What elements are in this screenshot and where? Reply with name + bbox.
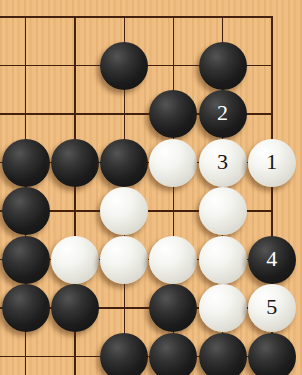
stone-black-c3r7[interactable] xyxy=(149,333,197,375)
move-number-label: 4 xyxy=(266,248,277,270)
move-number-label: 1 xyxy=(266,151,277,173)
stone-white-c4r6[interactable] xyxy=(199,284,247,332)
move-number-label: 2 xyxy=(217,102,228,124)
stone-white-c2r4[interactable] xyxy=(100,187,148,235)
stone-black-c3r2[interactable] xyxy=(149,90,197,138)
stone-black-c3r6[interactable] xyxy=(149,284,197,332)
stone-black-move-2-c4r2[interactable]: 2 xyxy=(199,90,247,138)
stone-black-c1r3[interactable] xyxy=(51,139,99,187)
go-board[interactable]: 23145 xyxy=(0,0,302,375)
stone-black-c2r1[interactable] xyxy=(100,42,148,90)
stone-black-c1r6[interactable] xyxy=(51,284,99,332)
move-number-label: 3 xyxy=(217,151,228,173)
stone-black-c0r4[interactable] xyxy=(2,187,50,235)
stone-white-c4r4[interactable] xyxy=(199,187,247,235)
move-number-label: 5 xyxy=(266,296,277,318)
stone-white-move-1-c5r3[interactable]: 1 xyxy=(248,139,296,187)
stone-black-c0r6[interactable] xyxy=(2,284,50,332)
stone-white-c4r5[interactable] xyxy=(199,236,247,284)
stone-white-c1r5[interactable] xyxy=(51,236,99,284)
stone-white-move-5-c5r6[interactable]: 5 xyxy=(248,284,296,332)
stone-black-c4r1[interactable] xyxy=(199,42,247,90)
stone-white-c2r5[interactable] xyxy=(100,236,148,284)
stone-black-c0r3[interactable] xyxy=(2,139,50,187)
stone-black-c0r5[interactable] xyxy=(2,236,50,284)
grid-line-horizontal-0 xyxy=(0,16,273,18)
stone-white-move-3-c4r3[interactable]: 3 xyxy=(199,139,247,187)
stone-black-c2r3[interactable] xyxy=(100,139,148,187)
stone-white-c3r5[interactable] xyxy=(149,236,197,284)
stone-white-c3r3[interactable] xyxy=(149,139,197,187)
go-diagram-screenshot: 23145 xyxy=(0,0,302,375)
stone-black-c2r7[interactable] xyxy=(100,333,148,375)
stone-black-c4r7[interactable] xyxy=(199,333,247,375)
stone-black-move-4-c5r5[interactable]: 4 xyxy=(248,236,296,284)
stone-black-c5r7[interactable] xyxy=(248,333,296,375)
